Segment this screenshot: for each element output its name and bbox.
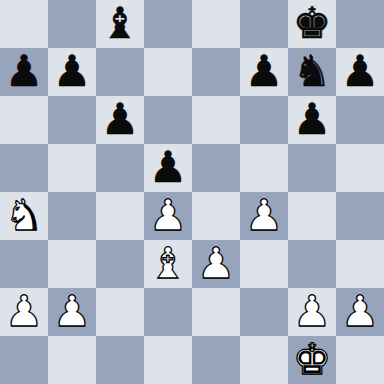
square-a8[interactable] — [0, 0, 48, 48]
square-f2[interactable] — [240, 288, 288, 336]
square-g8[interactable]: ♚ — [288, 0, 336, 48]
square-e7[interactable] — [192, 48, 240, 96]
square-d5[interactable]: ♟ — [144, 144, 192, 192]
square-h5[interactable] — [336, 144, 384, 192]
white-pawn[interactable]: ♟ — [53, 287, 92, 335]
square-c2[interactable] — [96, 288, 144, 336]
square-c5[interactable] — [96, 144, 144, 192]
square-g5[interactable] — [288, 144, 336, 192]
square-a4[interactable]: ♞ — [0, 192, 48, 240]
square-g6[interactable]: ♟ — [288, 96, 336, 144]
square-e8[interactable] — [192, 0, 240, 48]
square-c3[interactable] — [96, 240, 144, 288]
square-h3[interactable] — [336, 240, 384, 288]
white-king[interactable]: ♚ — [293, 335, 332, 383]
square-d1[interactable] — [144, 336, 192, 384]
square-a7[interactable]: ♟ — [0, 48, 48, 96]
square-a1[interactable] — [0, 336, 48, 384]
square-c6[interactable]: ♟ — [96, 96, 144, 144]
square-b1[interactable] — [48, 336, 96, 384]
square-f1[interactable] — [240, 336, 288, 384]
square-b8[interactable] — [48, 0, 96, 48]
white-knight[interactable]: ♞ — [5, 191, 44, 239]
square-f8[interactable] — [240, 0, 288, 48]
chess-board: ♝♚♟♟♟♞♟♟♟♟♞♟♟♝♟♟♟♟♟♚ — [0, 0, 384, 384]
square-e5[interactable] — [192, 144, 240, 192]
square-f5[interactable] — [240, 144, 288, 192]
square-b6[interactable] — [48, 96, 96, 144]
square-e2[interactable] — [192, 288, 240, 336]
square-b4[interactable] — [48, 192, 96, 240]
square-c7[interactable] — [96, 48, 144, 96]
black-pawn[interactable]: ♟ — [341, 47, 380, 95]
black-king[interactable]: ♚ — [293, 0, 332, 47]
square-h4[interactable] — [336, 192, 384, 240]
black-pawn[interactable]: ♟ — [101, 95, 140, 143]
square-e4[interactable] — [192, 192, 240, 240]
square-h7[interactable]: ♟ — [336, 48, 384, 96]
square-a2[interactable]: ♟ — [0, 288, 48, 336]
square-g4[interactable] — [288, 192, 336, 240]
square-a5[interactable] — [0, 144, 48, 192]
square-h6[interactable] — [336, 96, 384, 144]
square-c1[interactable] — [96, 336, 144, 384]
square-g3[interactable] — [288, 240, 336, 288]
square-a6[interactable] — [0, 96, 48, 144]
square-b3[interactable] — [48, 240, 96, 288]
square-b7[interactable]: ♟ — [48, 48, 96, 96]
square-d7[interactable] — [144, 48, 192, 96]
black-pawn[interactable]: ♟ — [53, 47, 92, 95]
square-d4[interactable]: ♟ — [144, 192, 192, 240]
square-c8[interactable]: ♝ — [96, 0, 144, 48]
white-pawn[interactable]: ♟ — [5, 287, 44, 335]
square-e1[interactable] — [192, 336, 240, 384]
square-d8[interactable] — [144, 0, 192, 48]
square-e6[interactable] — [192, 96, 240, 144]
square-g2[interactable]: ♟ — [288, 288, 336, 336]
square-d6[interactable] — [144, 96, 192, 144]
square-e3[interactable]: ♟ — [192, 240, 240, 288]
square-c4[interactable] — [96, 192, 144, 240]
black-pawn[interactable]: ♟ — [293, 95, 332, 143]
black-pawn[interactable]: ♟ — [245, 47, 284, 95]
square-b2[interactable]: ♟ — [48, 288, 96, 336]
square-h1[interactable] — [336, 336, 384, 384]
black-knight[interactable]: ♞ — [293, 47, 332, 95]
square-g7[interactable]: ♞ — [288, 48, 336, 96]
black-pawn[interactable]: ♟ — [5, 47, 44, 95]
square-f7[interactable]: ♟ — [240, 48, 288, 96]
square-h8[interactable] — [336, 0, 384, 48]
square-b5[interactable] — [48, 144, 96, 192]
white-pawn[interactable]: ♟ — [149, 191, 188, 239]
white-bishop[interactable]: ♝ — [149, 239, 188, 287]
black-pawn[interactable]: ♟ — [149, 143, 188, 191]
square-f4[interactable]: ♟ — [240, 192, 288, 240]
white-pawn[interactable]: ♟ — [341, 287, 380, 335]
black-bishop[interactable]: ♝ — [101, 0, 140, 47]
square-f6[interactable] — [240, 96, 288, 144]
white-pawn[interactable]: ♟ — [245, 191, 284, 239]
square-f3[interactable] — [240, 240, 288, 288]
square-d3[interactable]: ♝ — [144, 240, 192, 288]
square-g1[interactable]: ♚ — [288, 336, 336, 384]
square-d2[interactable] — [144, 288, 192, 336]
white-pawn[interactable]: ♟ — [197, 239, 236, 287]
square-h2[interactable]: ♟ — [336, 288, 384, 336]
white-pawn[interactable]: ♟ — [293, 287, 332, 335]
square-a3[interactable] — [0, 240, 48, 288]
